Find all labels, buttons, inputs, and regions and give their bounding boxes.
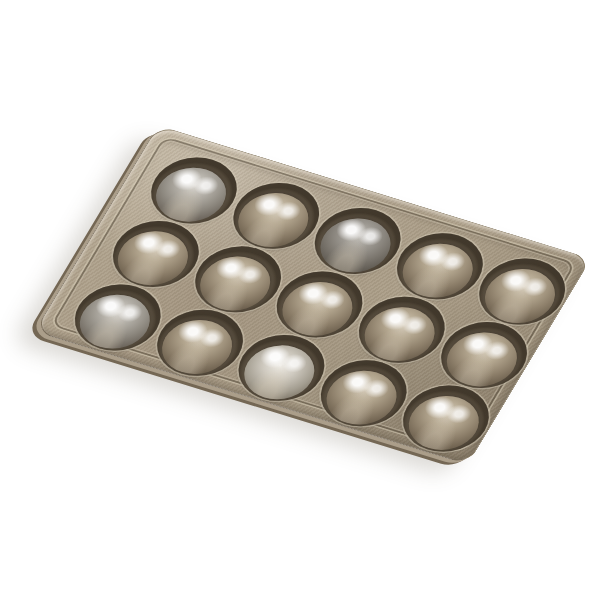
baking-pan	[34, 125, 591, 465]
cavity-grid	[58, 146, 583, 463]
dome-mold	[397, 388, 490, 458]
product-photo	[0, 0, 600, 600]
